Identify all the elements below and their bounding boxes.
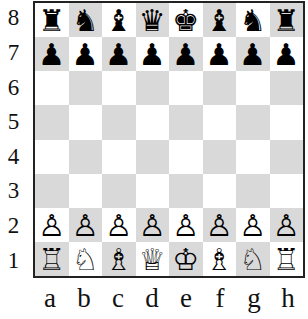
square-f5[interactable] bbox=[203, 105, 237, 139]
square-g5[interactable] bbox=[236, 105, 270, 139]
square-a6[interactable] bbox=[35, 71, 69, 105]
square-e2[interactable]: ♙ bbox=[169, 208, 203, 242]
square-c3[interactable] bbox=[102, 174, 136, 208]
rank-label-1: 1 bbox=[0, 243, 27, 278]
square-b6[interactable] bbox=[69, 71, 103, 105]
square-b1[interactable]: ♘ bbox=[69, 242, 103, 276]
piece-black-knight[interactable]: ♞ bbox=[239, 6, 266, 36]
piece-white-bishop[interactable]: ♗ bbox=[105, 245, 132, 275]
square-d7[interactable]: ♟ bbox=[136, 37, 170, 71]
file-label-f: f bbox=[203, 280, 237, 317]
square-e5[interactable] bbox=[169, 105, 203, 139]
piece-black-bishop[interactable]: ♝ bbox=[206, 6, 233, 36]
square-h2[interactable]: ♙ bbox=[270, 208, 304, 242]
file-label-e: e bbox=[169, 280, 203, 317]
piece-white-pawn[interactable]: ♙ bbox=[172, 211, 199, 241]
piece-white-pawn[interactable]: ♙ bbox=[206, 211, 233, 241]
square-g6[interactable] bbox=[236, 71, 270, 105]
square-f3[interactable] bbox=[203, 174, 237, 208]
square-b4[interactable] bbox=[69, 140, 103, 174]
square-b2[interactable]: ♙ bbox=[69, 208, 103, 242]
square-h1[interactable]: ♖ bbox=[270, 242, 304, 276]
square-g1[interactable]: ♘ bbox=[236, 242, 270, 276]
square-c2[interactable]: ♙ bbox=[102, 208, 136, 242]
piece-black-pawn[interactable]: ♟ bbox=[172, 40, 199, 70]
square-c8[interactable]: ♝ bbox=[102, 3, 136, 37]
piece-white-knight[interactable]: ♘ bbox=[72, 245, 99, 275]
piece-white-pawn[interactable]: ♙ bbox=[273, 211, 300, 241]
square-f6[interactable] bbox=[203, 71, 237, 105]
square-f2[interactable]: ♙ bbox=[203, 208, 237, 242]
square-f7[interactable]: ♟ bbox=[203, 37, 237, 71]
square-f1[interactable]: ♗ bbox=[203, 242, 237, 276]
square-e1[interactable]: ♔ bbox=[169, 242, 203, 276]
square-c4[interactable] bbox=[102, 140, 136, 174]
rank-label-2: 2 bbox=[0, 209, 27, 244]
square-h5[interactable] bbox=[270, 105, 304, 139]
square-h6[interactable] bbox=[270, 71, 304, 105]
square-g8[interactable]: ♞ bbox=[236, 3, 270, 37]
square-c1[interactable]: ♗ bbox=[102, 242, 136, 276]
square-b8[interactable]: ♞ bbox=[69, 3, 103, 37]
square-h8[interactable]: ♜ bbox=[270, 3, 304, 37]
piece-white-knight[interactable]: ♘ bbox=[239, 245, 266, 275]
piece-white-rook[interactable]: ♖ bbox=[38, 245, 65, 275]
square-a3[interactable] bbox=[35, 174, 69, 208]
rank-label-3: 3 bbox=[0, 174, 27, 209]
piece-black-king[interactable]: ♚ bbox=[172, 6, 199, 36]
square-b3[interactable] bbox=[69, 174, 103, 208]
piece-black-bishop[interactable]: ♝ bbox=[105, 6, 132, 36]
piece-black-pawn[interactable]: ♟ bbox=[38, 40, 65, 70]
piece-black-pawn[interactable]: ♟ bbox=[206, 40, 233, 70]
square-f8[interactable]: ♝ bbox=[203, 3, 237, 37]
piece-white-queen[interactable]: ♕ bbox=[139, 245, 166, 275]
square-e7[interactable]: ♟ bbox=[169, 37, 203, 71]
square-c6[interactable] bbox=[102, 71, 136, 105]
square-g2[interactable]: ♙ bbox=[236, 208, 270, 242]
square-a8[interactable]: ♜ bbox=[35, 3, 69, 37]
square-a7[interactable]: ♟ bbox=[35, 37, 69, 71]
square-h7[interactable]: ♟ bbox=[270, 37, 304, 71]
square-a1[interactable]: ♖ bbox=[35, 242, 69, 276]
piece-white-pawn[interactable]: ♙ bbox=[38, 211, 65, 241]
piece-black-pawn[interactable]: ♟ bbox=[273, 40, 300, 70]
square-g4[interactable] bbox=[236, 140, 270, 174]
piece-black-pawn[interactable]: ♟ bbox=[105, 40, 132, 70]
rank-label-5: 5 bbox=[0, 105, 27, 140]
square-d1[interactable]: ♕ bbox=[136, 242, 170, 276]
square-d2[interactable]: ♙ bbox=[136, 208, 170, 242]
rank-label-7: 7 bbox=[0, 36, 27, 71]
square-c7[interactable]: ♟ bbox=[102, 37, 136, 71]
rank-label-8: 8 bbox=[0, 1, 27, 36]
piece-black-pawn[interactable]: ♟ bbox=[139, 40, 166, 70]
square-b5[interactable] bbox=[69, 105, 103, 139]
piece-white-pawn[interactable]: ♙ bbox=[72, 211, 99, 241]
rank-labels: 87654321 bbox=[0, 1, 27, 278]
square-e6[interactable] bbox=[169, 71, 203, 105]
square-f4[interactable] bbox=[203, 140, 237, 174]
piece-black-knight[interactable]: ♞ bbox=[72, 6, 99, 36]
square-d8[interactable]: ♛ bbox=[136, 3, 170, 37]
square-g7[interactable]: ♟ bbox=[236, 37, 270, 71]
piece-white-pawn[interactable]: ♙ bbox=[105, 211, 132, 241]
square-e8[interactable]: ♚ bbox=[169, 3, 203, 37]
square-b7[interactable]: ♟ bbox=[69, 37, 103, 71]
square-a2[interactable]: ♙ bbox=[35, 208, 69, 242]
file-label-c: c bbox=[101, 280, 135, 317]
piece-black-pawn[interactable]: ♟ bbox=[72, 40, 99, 70]
square-e4[interactable] bbox=[169, 140, 203, 174]
square-h3[interactable] bbox=[270, 174, 304, 208]
square-a5[interactable] bbox=[35, 105, 69, 139]
square-e3[interactable] bbox=[169, 174, 203, 208]
rank-label-6: 6 bbox=[0, 70, 27, 105]
square-c5[interactable] bbox=[102, 105, 136, 139]
square-d6[interactable] bbox=[136, 71, 170, 105]
file-labels: abcdefgh bbox=[33, 280, 305, 317]
piece-white-bishop[interactable]: ♗ bbox=[206, 245, 233, 275]
piece-black-rook[interactable]: ♜ bbox=[38, 6, 65, 36]
file-label-a: a bbox=[33, 280, 67, 317]
piece-white-king[interactable]: ♔ bbox=[172, 245, 199, 275]
file-label-g: g bbox=[237, 280, 271, 317]
square-d5[interactable] bbox=[136, 105, 170, 139]
piece-black-rook[interactable]: ♜ bbox=[273, 6, 300, 36]
piece-white-pawn[interactable]: ♙ bbox=[139, 211, 166, 241]
rank-label-4: 4 bbox=[0, 140, 27, 175]
piece-white-rook[interactable]: ♖ bbox=[273, 245, 300, 275]
square-g3[interactable] bbox=[236, 174, 270, 208]
file-label-h: h bbox=[271, 280, 305, 317]
square-d3[interactable] bbox=[136, 174, 170, 208]
file-label-d: d bbox=[135, 280, 169, 317]
square-d4[interactable] bbox=[136, 140, 170, 174]
square-h4[interactable] bbox=[270, 140, 304, 174]
piece-black-queen[interactable]: ♛ bbox=[139, 6, 166, 36]
square-a4[interactable] bbox=[35, 140, 69, 174]
file-label-b: b bbox=[67, 280, 101, 317]
piece-black-pawn[interactable]: ♟ bbox=[239, 40, 266, 70]
piece-white-pawn[interactable]: ♙ bbox=[239, 211, 266, 241]
chess-board[interactable]: ♜♞♝♛♚♝♞♜♟♟♟♟♟♟♟♟♙♙♙♙♙♙♙♙♖♘♗♕♔♗♘♖ bbox=[33, 1, 305, 278]
